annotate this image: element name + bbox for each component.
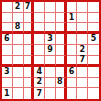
cell-r5c4[interactable]	[34, 45, 45, 56]
cell-r7c4: 4	[34, 67, 45, 78]
cell-r7c1: 3	[2, 67, 13, 78]
cell-r5c5: 9	[45, 45, 56, 56]
cell-r1c5[interactable]	[45, 2, 56, 13]
cell-r6c2[interactable]	[13, 56, 24, 67]
cell-r5c1[interactable]	[2, 45, 13, 56]
cell-r6c4[interactable]	[34, 56, 45, 67]
cell-r7c2[interactable]	[13, 67, 24, 78]
cell-r1c7[interactable]	[67, 2, 78, 13]
cell-r3c4[interactable]	[34, 23, 45, 34]
cell-r8c3[interactable]	[24, 78, 35, 89]
cell-r8c9[interactable]	[88, 78, 99, 89]
cell-r9c9[interactable]	[88, 88, 99, 99]
cell-r6c9[interactable]	[88, 56, 99, 67]
cell-r2c7: 1	[67, 13, 78, 24]
cell-r9c1: 1	[2, 88, 13, 99]
sudoku-board: 27186359273462817	[0, 0, 101, 101]
cell-r9c8[interactable]	[77, 88, 88, 99]
cell-r5c2[interactable]	[13, 45, 24, 56]
cell-r1c8[interactable]	[77, 2, 88, 13]
cell-r9c6[interactable]	[56, 88, 67, 99]
cell-r9c7[interactable]	[67, 88, 78, 99]
cell-r7c5[interactable]	[45, 67, 56, 78]
cell-r6c5[interactable]	[45, 56, 56, 67]
cell-r1c6[interactable]	[56, 2, 67, 13]
cell-r1c9[interactable]	[88, 2, 99, 13]
cell-r3c8[interactable]	[77, 23, 88, 34]
cell-r9c4: 7	[34, 88, 45, 99]
cell-r3c9[interactable]	[88, 23, 99, 34]
cell-r6c3[interactable]	[24, 56, 35, 67]
cell-r1c2: 2	[13, 2, 24, 13]
cell-r6c7[interactable]	[67, 56, 78, 67]
cell-r3c1[interactable]	[2, 23, 13, 34]
cell-r7c9[interactable]	[88, 67, 99, 78]
cell-r2c4[interactable]	[34, 13, 45, 24]
cell-r8c4: 2	[34, 78, 45, 89]
cell-r4c9: 5	[88, 34, 99, 45]
cell-r8c7[interactable]	[67, 78, 78, 89]
cell-r4c8[interactable]	[77, 34, 88, 45]
cell-r8c8[interactable]	[77, 78, 88, 89]
cell-r8c5[interactable]	[45, 78, 56, 89]
cell-r3c3[interactable]	[24, 23, 35, 34]
cell-r4c1: 6	[2, 34, 13, 45]
cell-r1c3: 7	[24, 2, 35, 13]
cell-r3c6[interactable]	[56, 23, 67, 34]
cell-r4c4[interactable]	[34, 34, 45, 45]
cell-r2c5[interactable]	[45, 13, 56, 24]
cell-r8c2[interactable]	[13, 78, 24, 89]
cell-r5c3[interactable]	[24, 45, 35, 56]
cell-r9c5[interactable]	[45, 88, 56, 99]
cell-r6c1[interactable]	[2, 56, 13, 67]
cell-r9c2[interactable]	[13, 88, 24, 99]
cell-r4c5: 3	[45, 34, 56, 45]
cell-r4c7[interactable]	[67, 34, 78, 45]
cell-r3c7[interactable]	[67, 23, 78, 34]
cell-r5c9[interactable]	[88, 45, 99, 56]
cell-r1c4[interactable]	[34, 2, 45, 13]
cell-r6c8: 7	[77, 56, 88, 67]
cell-r3c5[interactable]	[45, 23, 56, 34]
cell-r2c6[interactable]	[56, 13, 67, 24]
cell-r7c6[interactable]	[56, 67, 67, 78]
cell-r2c3[interactable]	[24, 13, 35, 24]
cell-r2c9[interactable]	[88, 13, 99, 24]
cell-r5c6[interactable]	[56, 45, 67, 56]
cell-r2c1[interactable]	[2, 13, 13, 24]
cell-r7c8[interactable]	[77, 67, 88, 78]
cell-r3c2: 8	[13, 23, 24, 34]
cell-r2c8[interactable]	[77, 13, 88, 24]
cell-r4c2[interactable]	[13, 34, 24, 45]
cell-r1c1[interactable]	[2, 2, 13, 13]
cell-r7c7: 6	[67, 67, 78, 78]
cell-r9c3[interactable]	[24, 88, 35, 99]
cell-r4c6[interactable]	[56, 34, 67, 45]
cell-r7c3[interactable]	[24, 67, 35, 78]
cell-r8c1[interactable]	[2, 78, 13, 89]
cell-r4c3[interactable]	[24, 34, 35, 45]
cell-r5c7[interactable]	[67, 45, 78, 56]
cell-r8c6: 8	[56, 78, 67, 89]
cell-r6c6[interactable]	[56, 56, 67, 67]
